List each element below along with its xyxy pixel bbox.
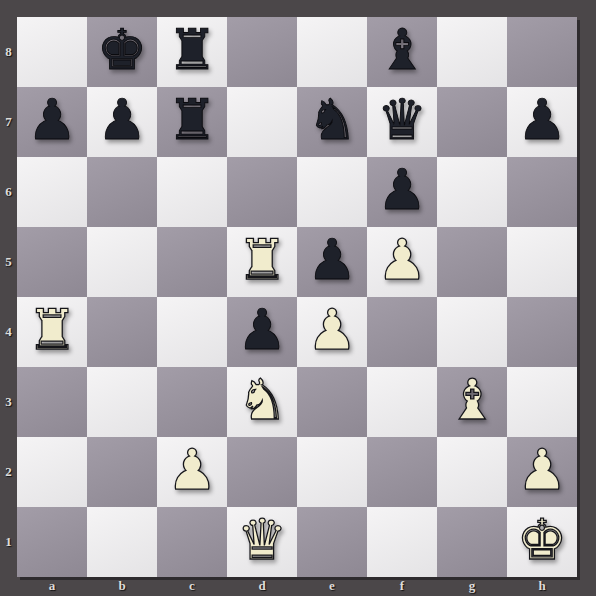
square-g8[interactable] [437,17,507,87]
black-pawn-b7[interactable]: ♟ [97,92,147,148]
file-label-g: g [437,577,507,596]
chess-board: ♚♜♝♟♟♜♞♛♟♟♜♟♟♜♟♟♞♝♟♟♛♚ [17,17,577,577]
square-d4[interactable]: ♟ [227,297,297,367]
rank-label-3: 3 [0,367,17,437]
black-rook-c8[interactable]: ♜ [167,22,217,78]
square-g3[interactable]: ♝ [437,367,507,437]
black-pawn-h7[interactable]: ♟ [517,92,567,148]
rank-label-2: 2 [0,437,17,507]
square-c8[interactable]: ♜ [157,17,227,87]
square-c3[interactable] [157,367,227,437]
square-h1[interactable]: ♚ [507,507,577,577]
square-g4[interactable] [437,297,507,367]
white-rook-a4[interactable]: ♜ [27,302,77,358]
square-f2[interactable] [367,437,437,507]
black-rook-c7[interactable]: ♜ [167,92,217,148]
square-c1[interactable] [157,507,227,577]
square-e1[interactable] [297,507,367,577]
square-e8[interactable] [297,17,367,87]
square-d7[interactable] [227,87,297,157]
square-e2[interactable] [297,437,367,507]
square-b7[interactable]: ♟ [87,87,157,157]
rank-label-5: 5 [0,227,17,297]
white-queen-d1[interactable]: ♛ [237,512,287,568]
square-b4[interactable] [87,297,157,367]
square-d2[interactable] [227,437,297,507]
square-a6[interactable] [17,157,87,227]
square-f3[interactable] [367,367,437,437]
square-c6[interactable] [157,157,227,227]
black-pawn-a7[interactable]: ♟ [27,92,77,148]
square-b2[interactable] [87,437,157,507]
square-a5[interactable] [17,227,87,297]
square-a7[interactable]: ♟ [17,87,87,157]
white-pawn-c2[interactable]: ♟ [167,442,217,498]
square-e7[interactable]: ♞ [297,87,367,157]
square-b6[interactable] [87,157,157,227]
square-b3[interactable] [87,367,157,437]
square-d1[interactable]: ♛ [227,507,297,577]
square-a2[interactable] [17,437,87,507]
rank-label-1: 1 [0,507,17,577]
square-h2[interactable]: ♟ [507,437,577,507]
file-label-c: c [157,577,227,596]
square-h3[interactable] [507,367,577,437]
square-f6[interactable]: ♟ [367,157,437,227]
square-c4[interactable] [157,297,227,367]
square-g6[interactable] [437,157,507,227]
white-knight-d3[interactable]: ♞ [237,372,287,428]
square-f7[interactable]: ♛ [367,87,437,157]
rank-label-7: 7 [0,87,17,157]
file-label-a: a [17,577,87,596]
square-f1[interactable] [367,507,437,577]
black-bishop-f8[interactable]: ♝ [377,22,427,78]
black-pawn-e5[interactable]: ♟ [307,232,357,288]
square-h4[interactable] [507,297,577,367]
square-a1[interactable] [17,507,87,577]
square-h7[interactable]: ♟ [507,87,577,157]
square-g1[interactable] [437,507,507,577]
square-a3[interactable] [17,367,87,437]
square-h5[interactable] [507,227,577,297]
square-e4[interactable]: ♟ [297,297,367,367]
square-d3[interactable]: ♞ [227,367,297,437]
square-e5[interactable]: ♟ [297,227,367,297]
white-pawn-e4[interactable]: ♟ [307,302,357,358]
white-pawn-h2[interactable]: ♟ [517,442,567,498]
square-c5[interactable] [157,227,227,297]
square-d6[interactable] [227,157,297,227]
file-label-e: e [297,577,367,596]
square-c7[interactable]: ♜ [157,87,227,157]
black-king-b8[interactable]: ♚ [97,22,147,78]
square-f4[interactable] [367,297,437,367]
file-label-b: b [87,577,157,596]
square-f5[interactable]: ♟ [367,227,437,297]
square-g5[interactable] [437,227,507,297]
file-label-h: h [507,577,577,596]
square-e6[interactable] [297,157,367,227]
white-king-h1[interactable]: ♚ [517,512,567,568]
black-pawn-f6[interactable]: ♟ [377,162,427,218]
square-b1[interactable] [87,507,157,577]
white-bishop-g3[interactable]: ♝ [447,372,497,428]
square-c2[interactable]: ♟ [157,437,227,507]
square-e3[interactable] [297,367,367,437]
black-queen-f7[interactable]: ♛ [377,92,427,148]
board-frame: ♚♜♝♟♟♜♞♛♟♟♜♟♟♜♟♟♞♝♟♟♛♚ 87654321 abcdefgh [0,0,596,596]
square-b8[interactable]: ♚ [87,17,157,87]
file-label-d: d [227,577,297,596]
rank-label-8: 8 [0,17,17,87]
square-a8[interactable] [17,17,87,87]
square-h8[interactable] [507,17,577,87]
white-pawn-f5[interactable]: ♟ [377,232,427,288]
file-label-f: f [367,577,437,596]
white-rook-d5[interactable]: ♜ [237,232,287,288]
square-d8[interactable] [227,17,297,87]
square-b5[interactable] [87,227,157,297]
black-knight-e7[interactable]: ♞ [307,92,357,148]
square-g2[interactable] [437,437,507,507]
square-g7[interactable] [437,87,507,157]
square-h6[interactable] [507,157,577,227]
square-d5[interactable]: ♜ [227,227,297,297]
rank-label-6: 6 [0,157,17,227]
square-f8[interactable]: ♝ [367,17,437,87]
black-pawn-d4[interactable]: ♟ [237,302,287,358]
rank-label-4: 4 [0,297,17,367]
square-a4[interactable]: ♜ [17,297,87,367]
